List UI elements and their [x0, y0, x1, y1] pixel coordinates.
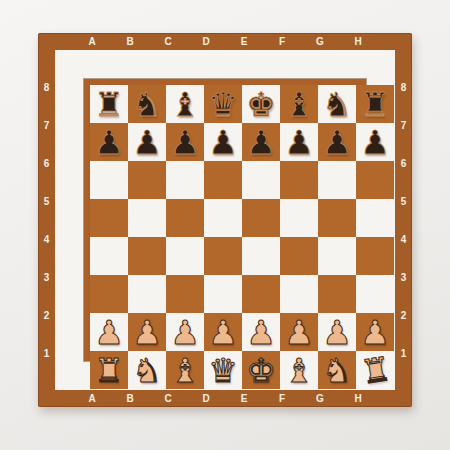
- square-h1[interactable]: ♜: [356, 351, 394, 389]
- square-f8[interactable]: ♝: [280, 85, 318, 123]
- file-labels-top: ABCDEFGH: [73, 33, 377, 50]
- board-grid: ♜♞♝♛♚♝♞♜♟♟♟♟♟♟♟♟♟♟♟♟♟♟♟♟♜♞♝♛♚♝♞♜: [90, 85, 394, 389]
- square-f6[interactable]: [280, 161, 318, 199]
- rank-labels-left: 87654321: [38, 68, 55, 372]
- square-b5[interactable]: [128, 199, 166, 237]
- square-a5[interactable]: [90, 199, 128, 237]
- file-label-g: G: [301, 33, 339, 50]
- white-pawn-piece: ♟: [322, 316, 352, 349]
- white-pawn-piece: ♟: [208, 316, 238, 349]
- square-b7[interactable]: ♟: [128, 123, 166, 161]
- square-b6[interactable]: [128, 161, 166, 199]
- board-inner-margin: ♜♞♝♛♚♝♞♜♟♟♟♟♟♟♟♟♟♟♟♟♟♟♟♟♜♞♝♛♚♝♞♜: [55, 50, 395, 390]
- rank-label-2: 2: [395, 296, 412, 334]
- square-h7[interactable]: ♟: [356, 123, 394, 161]
- file-label-c: C: [149, 33, 187, 50]
- square-e3[interactable]: [242, 275, 280, 313]
- square-a8[interactable]: ♜: [90, 85, 128, 123]
- white-bishop-piece: ♝: [284, 354, 314, 387]
- white-rook-piece: ♜: [359, 351, 393, 388]
- white-pawn-piece: ♟: [94, 316, 124, 349]
- square-c7[interactable]: ♟: [166, 123, 204, 161]
- white-knight-piece: ♞: [132, 354, 162, 387]
- file-label-g: G: [301, 390, 339, 407]
- square-e2[interactable]: ♟: [242, 313, 280, 351]
- square-f2[interactable]: ♟: [280, 313, 318, 351]
- square-h6[interactable]: [356, 161, 394, 199]
- square-g6[interactable]: [318, 161, 356, 199]
- square-d5[interactable]: [204, 199, 242, 237]
- rank-label-7: 7: [38, 106, 55, 144]
- square-d2[interactable]: ♟: [204, 313, 242, 351]
- square-g1[interactable]: ♞: [318, 351, 356, 389]
- white-bishop-piece: ♝: [170, 354, 200, 387]
- square-e5[interactable]: [242, 199, 280, 237]
- square-d3[interactable]: [204, 275, 242, 313]
- square-c1[interactable]: ♝: [166, 351, 204, 389]
- file-label-f: F: [263, 33, 301, 50]
- square-b3[interactable]: [128, 275, 166, 313]
- black-king-piece: ♚: [246, 88, 276, 121]
- file-label-h: H: [339, 390, 377, 407]
- square-e4[interactable]: [242, 237, 280, 275]
- square-e8[interactable]: ♚: [242, 85, 280, 123]
- square-b4[interactable]: [128, 237, 166, 275]
- file-label-f: F: [263, 390, 301, 407]
- square-d4[interactable]: [204, 237, 242, 275]
- rank-labels-right: 87654321: [395, 68, 412, 372]
- black-knight-piece: ♞: [322, 88, 352, 121]
- square-g5[interactable]: [318, 199, 356, 237]
- black-pawn-piece: ♟: [94, 126, 124, 159]
- square-g8[interactable]: ♞: [318, 85, 356, 123]
- black-bishop-piece: ♝: [284, 88, 314, 121]
- file-label-d: D: [187, 33, 225, 50]
- white-rook-piece: ♜: [94, 354, 124, 387]
- square-a1[interactable]: ♜: [90, 351, 128, 389]
- rank-label-5: 5: [395, 182, 412, 220]
- file-label-a: A: [73, 390, 111, 407]
- square-f5[interactable]: [280, 199, 318, 237]
- square-c3[interactable]: [166, 275, 204, 313]
- square-c6[interactable]: [166, 161, 204, 199]
- rank-label-8: 8: [395, 68, 412, 106]
- file-label-h: H: [339, 33, 377, 50]
- square-a3[interactable]: [90, 275, 128, 313]
- square-b8[interactable]: ♞: [128, 85, 166, 123]
- file-labels-bottom: ABCDEFGH: [73, 390, 377, 407]
- square-d8[interactable]: ♛: [204, 85, 242, 123]
- rank-label-6: 6: [395, 144, 412, 182]
- rank-label-8: 8: [38, 68, 55, 106]
- square-g7[interactable]: ♟: [318, 123, 356, 161]
- square-c4[interactable]: [166, 237, 204, 275]
- rank-label-4: 4: [38, 220, 55, 258]
- black-pawn-piece: ♟: [360, 126, 390, 159]
- black-bishop-piece: ♝: [170, 88, 200, 121]
- square-d1[interactable]: ♛: [204, 351, 242, 389]
- black-queen-piece: ♛: [208, 88, 238, 121]
- rank-label-3: 3: [395, 258, 412, 296]
- square-f3[interactable]: [280, 275, 318, 313]
- square-h2[interactable]: ♟: [356, 313, 394, 351]
- square-b2[interactable]: ♟: [128, 313, 166, 351]
- file-label-e: E: [225, 33, 263, 50]
- rank-label-6: 6: [38, 144, 55, 182]
- photo-background: ABCDEFGH ABCDEFGH 87654321 87654321 ♜♞♝♛…: [0, 0, 450, 450]
- white-knight-piece: ♞: [322, 354, 352, 387]
- square-h5[interactable]: [356, 199, 394, 237]
- square-e6[interactable]: [242, 161, 280, 199]
- square-b1[interactable]: ♞: [128, 351, 166, 389]
- rank-label-5: 5: [38, 182, 55, 220]
- rank-label-7: 7: [395, 106, 412, 144]
- white-pawn-piece: ♟: [132, 316, 162, 349]
- black-pawn-piece: ♟: [208, 126, 238, 159]
- file-label-e: E: [225, 390, 263, 407]
- black-rook-piece: ♜: [360, 88, 390, 121]
- black-pawn-piece: ♟: [170, 126, 200, 159]
- black-pawn-piece: ♟: [284, 126, 314, 159]
- square-f7[interactable]: ♟: [280, 123, 318, 161]
- square-c8[interactable]: ♝: [166, 85, 204, 123]
- file-label-b: B: [111, 33, 149, 50]
- square-h4[interactable]: [356, 237, 394, 275]
- rank-label-3: 3: [38, 258, 55, 296]
- chessboard: ABCDEFGH ABCDEFGH 87654321 87654321 ♜♞♝♛…: [38, 33, 412, 407]
- square-e7[interactable]: ♟: [242, 123, 280, 161]
- white-queen-piece: ♛: [208, 354, 238, 387]
- square-f1[interactable]: ♝: [280, 351, 318, 389]
- black-knight-piece: ♞: [132, 88, 162, 121]
- square-a2[interactable]: ♟: [90, 313, 128, 351]
- file-label-b: B: [111, 390, 149, 407]
- square-f4[interactable]: [280, 237, 318, 275]
- rank-label-2: 2: [38, 296, 55, 334]
- white-pawn-piece: ♟: [284, 316, 314, 349]
- black-pawn-piece: ♟: [322, 126, 352, 159]
- board-frame: ♜♞♝♛♚♝♞♜♟♟♟♟♟♟♟♟♟♟♟♟♟♟♟♟♜♞♝♛♚♝♞♜: [84, 79, 366, 361]
- square-e1[interactable]: ♚: [242, 351, 280, 389]
- white-pawn-piece: ♟: [360, 316, 390, 349]
- square-c2[interactable]: ♟: [166, 313, 204, 351]
- square-h8[interactable]: ♜: [356, 85, 394, 123]
- square-g3[interactable]: [318, 275, 356, 313]
- white-pawn-piece: ♟: [246, 316, 276, 349]
- square-h3[interactable]: [356, 275, 394, 313]
- rank-label-1: 1: [38, 334, 55, 372]
- white-pawn-piece: ♟: [170, 316, 200, 349]
- square-a7[interactable]: ♟: [90, 123, 128, 161]
- rank-label-1: 1: [395, 334, 412, 372]
- square-d7[interactable]: ♟: [204, 123, 242, 161]
- square-g2[interactable]: ♟: [318, 313, 356, 351]
- file-label-a: A: [73, 33, 111, 50]
- white-king-piece: ♚: [246, 354, 276, 387]
- square-a4[interactable]: [90, 237, 128, 275]
- black-pawn-piece: ♟: [132, 126, 162, 159]
- black-pawn-piece: ♟: [246, 126, 276, 159]
- square-a6[interactable]: [90, 161, 128, 199]
- file-label-c: C: [149, 390, 187, 407]
- square-c5[interactable]: [166, 199, 204, 237]
- file-label-d: D: [187, 390, 225, 407]
- black-rook-piece: ♜: [94, 88, 124, 121]
- square-d6[interactable]: [204, 161, 242, 199]
- rank-label-4: 4: [395, 220, 412, 258]
- square-g4[interactable]: [318, 237, 356, 275]
